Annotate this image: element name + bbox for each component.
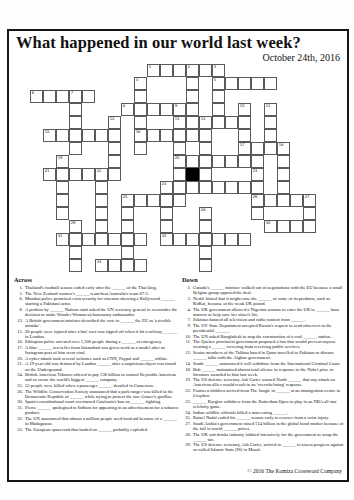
clue-number: 2. xyxy=(182,285,193,295)
grid-cell xyxy=(199,259,212,272)
clue-text: The US defence secretary Ash Carter warn… xyxy=(193,377,344,387)
grid-cell xyxy=(147,194,160,207)
clue-item: 25.Rafael Nadal ended his ______ season … xyxy=(182,415,344,420)
clue-number: 16. xyxy=(14,339,25,344)
grid-cell xyxy=(277,155,290,168)
clue-text: The US defence secretary, Ash Carter, ar… xyxy=(193,442,344,452)
grid-cell-number: 32 xyxy=(162,234,167,239)
clue-number: 12. xyxy=(182,350,193,360)
clue-number: 7. xyxy=(182,317,193,322)
clue-text: The UN announced that almost a million p… xyxy=(25,416,179,426)
grid-cell: 22 xyxy=(95,168,108,181)
grid-cell xyxy=(277,181,290,194)
clue-item: 31.Pierce ______ apologised to Indians f… xyxy=(14,405,179,415)
grid-cell xyxy=(186,233,199,246)
grid-cell xyxy=(212,103,225,116)
clue-number: 32. xyxy=(14,416,25,426)
grid-cell xyxy=(303,220,316,233)
grid-cell xyxy=(160,207,173,220)
grid-cell xyxy=(108,259,121,272)
grid-cell xyxy=(199,168,212,181)
grid-cell xyxy=(264,116,277,129)
clue-item: 6.Mumbai police promised extra security … xyxy=(14,296,179,306)
grid-cell xyxy=(264,77,277,90)
grid-cell xyxy=(186,77,199,90)
grid-cell: 17 xyxy=(238,142,251,155)
grid-cell xyxy=(186,90,199,103)
grid-cell xyxy=(95,194,108,207)
grid-cell-number: 6 xyxy=(32,91,34,96)
grid-cell: 20 xyxy=(173,155,186,168)
clue-text: The Quebec provincial government propose… xyxy=(193,339,344,349)
grid-cell: 7 xyxy=(69,90,82,103)
clue-item: 5.The New Zealand women's ______ team be… xyxy=(14,291,179,296)
grid-cell-number: 2 xyxy=(188,65,190,70)
grid-cell xyxy=(160,64,173,77)
grid-cell-number: 31 xyxy=(58,234,63,239)
grid-cell-number: 29 xyxy=(71,221,76,226)
grid-cell xyxy=(238,181,251,194)
grid-cell: 28 xyxy=(199,207,212,220)
clue-number: 25. xyxy=(14,383,25,388)
grid-cell-number: 8 xyxy=(123,104,125,109)
clue-text: Senior members of the Taliban based in Q… xyxy=(193,350,344,360)
grid-cell xyxy=(108,142,121,155)
grid-cell xyxy=(199,233,212,246)
clue-item: 10.The UN asked Bangladesh to stop the c… xyxy=(182,334,344,339)
clue-text: Rafael Nadal ended his ______ season ear… xyxy=(193,415,344,420)
clue-item: 15.26 people were injured after a bus' r… xyxy=(14,329,179,339)
grid-cell-number: 16 xyxy=(136,130,141,135)
grid-cell xyxy=(238,129,251,142)
clue-number: 5. xyxy=(14,291,25,296)
grid-cell-number: 22 xyxy=(97,169,102,174)
clue-text: 55 people were killed when a passenger _… xyxy=(25,383,179,388)
across-header: Across xyxy=(14,276,179,283)
clue-text: British American Tobacco offered to pay … xyxy=(25,372,179,382)
grid-cell xyxy=(173,142,186,155)
grid-cell xyxy=(199,246,212,259)
clue-text: Thailand's football season ended early a… xyxy=(25,285,179,290)
clue-item: 30.Spain's constitutional court overturn… xyxy=(14,399,179,404)
across-clue-list: 1.Thailand's football season ended early… xyxy=(14,285,179,432)
grid-cell: 32 xyxy=(160,233,173,246)
grid-cell xyxy=(290,220,303,233)
grid-cell: 4 xyxy=(134,77,147,90)
clue-item: 26.The Wildlife Conservation Society ann… xyxy=(14,389,179,399)
clue-item: 27.Saudi Arabia's government raised £14 … xyxy=(182,421,344,431)
grid-cell xyxy=(173,168,186,181)
grid-cell xyxy=(225,77,238,90)
clue-item: 19.The US defence secretary Ash Carter w… xyxy=(182,377,344,387)
clue-text: The UK government allowed a Nigerian wom… xyxy=(193,307,344,317)
grid-cell-number: 24 xyxy=(162,182,167,187)
grid-cell xyxy=(225,116,238,129)
grid-cell xyxy=(147,129,160,142)
grid-cell xyxy=(186,103,199,116)
clue-number: 28. xyxy=(182,432,193,442)
grid-cell xyxy=(251,155,264,168)
grid-cell xyxy=(173,129,186,142)
grid-cell xyxy=(251,181,264,194)
clue-text: Saudi Arabia's government raised £14 bil… xyxy=(193,421,344,431)
clue-item: 23.______ Kyrgios withdrew from the Rott… xyxy=(182,399,344,409)
grid-cell-number: 23 xyxy=(253,169,258,174)
grid-cell-number: 10 xyxy=(240,104,245,109)
clue-number: 13. xyxy=(14,318,25,328)
clue-text: A British government minister described … xyxy=(25,318,179,328)
clue-item: 33.The European spacecraft that landed o… xyxy=(14,427,179,432)
grid-cell: 1 xyxy=(147,64,160,77)
grid-cell xyxy=(251,142,264,155)
grid-cell: 11 xyxy=(264,103,277,116)
clue-number: 9. xyxy=(182,323,193,333)
clue-number: 31. xyxy=(14,405,25,415)
grid-cell-number: 4 xyxy=(136,78,138,83)
grid-cell xyxy=(134,142,147,155)
grid-cell xyxy=(238,155,251,168)
grid-cell-number: 33 xyxy=(97,260,102,265)
grid-cell xyxy=(95,129,108,142)
grid-cell xyxy=(95,207,108,220)
clue-item: 17.A blue-______ tea-seller from Islamab… xyxy=(14,345,179,355)
grid-cell xyxy=(212,155,225,168)
clue-number: 21. xyxy=(14,361,25,371)
grid-cell xyxy=(238,77,251,90)
clue-number: 1. xyxy=(14,285,25,290)
clue-number: 30. xyxy=(14,399,25,404)
clue-text: Fourteen children arrived from The Jungl… xyxy=(193,388,344,398)
clue-number: 22. xyxy=(182,388,193,398)
grid-cell-number: 21 xyxy=(45,169,50,174)
clue-text: The New Zealand women's ______ team beat… xyxy=(25,291,179,296)
clue-item: 28.The UK soft drinks industry lobbied i… xyxy=(182,432,344,442)
clue-text: Indian wildlife officials killed a man-e… xyxy=(193,410,344,415)
grid-cell xyxy=(303,207,316,220)
grid-cell: 23 xyxy=(251,168,264,181)
grid-cell-number: 27 xyxy=(305,195,310,200)
clue-number: 3. xyxy=(182,296,193,306)
grid-cell xyxy=(43,90,56,103)
grid-cell xyxy=(199,220,212,233)
clue-item: 14.South ______ announced it will withdr… xyxy=(182,361,344,366)
grid-cell xyxy=(56,129,69,142)
clue-number: 14. xyxy=(182,361,193,366)
grid-cell xyxy=(251,77,264,90)
grid-cell xyxy=(69,103,82,116)
grid-cell xyxy=(95,220,108,233)
grid-cell xyxy=(56,168,69,181)
clue-item: 12.Senior members of the Taliban based i… xyxy=(182,350,344,360)
grid-cell xyxy=(108,155,121,168)
clue-number: 33. xyxy=(14,427,25,432)
clue-text: Mumbai police promised extra security fo… xyxy=(25,296,179,306)
grid-cell xyxy=(186,116,199,129)
grid-cell xyxy=(264,194,277,207)
grid-cell-number: 13 xyxy=(175,117,180,122)
grid-cell-number: 9 xyxy=(175,104,177,109)
grid-cell-number: 20 xyxy=(175,156,180,161)
clue-number: 27. xyxy=(182,421,193,431)
grid-cell xyxy=(69,233,82,246)
grid-cell: 31 xyxy=(56,233,69,246)
clue-number: 24. xyxy=(182,410,193,415)
grid-cell xyxy=(173,181,186,194)
clue-text: South ______ announced it will withdraw … xyxy=(193,361,344,366)
grid-cell xyxy=(69,246,82,259)
clue-text: The Wildlife Conservation Society announ… xyxy=(25,389,179,399)
grid-cell-number: 7 xyxy=(71,91,73,96)
grid-cell xyxy=(225,233,238,246)
grid-cell xyxy=(134,103,147,116)
grid-cell-number: 12 xyxy=(110,117,115,122)
grid-cell xyxy=(108,129,121,142)
grid-cell xyxy=(147,103,160,116)
grid-cell xyxy=(186,181,199,194)
grid-cell xyxy=(212,90,225,103)
grid-cell xyxy=(134,194,147,207)
grid-cell xyxy=(199,64,212,77)
clue-item: 3.Nestlé hinted that it might raise the … xyxy=(182,296,344,306)
grid-cell: 25 xyxy=(121,194,134,207)
clue-item: 11.The Quebec provincial government prop… xyxy=(182,339,344,349)
grid-cell xyxy=(199,142,212,155)
clue-item: 7.Pakistan banned all television and rad… xyxy=(182,317,344,322)
clue-item: 18.Bob ______ maintained almost total si… xyxy=(182,367,344,377)
grid-cell xyxy=(277,168,290,181)
grid-cell xyxy=(186,155,199,168)
grid-cell xyxy=(82,129,95,142)
grid-cell-number: 15 xyxy=(45,130,50,135)
grid-cell xyxy=(134,233,147,246)
grid-cell xyxy=(160,220,173,233)
grid-cell xyxy=(69,259,82,272)
grid-cell-number: 17 xyxy=(240,143,245,148)
grid-cell xyxy=(56,181,69,194)
clue-item: 25.55 people were killed when a passenge… xyxy=(14,383,179,388)
clue-text: A 19-year-old was detained by London ___… xyxy=(25,361,179,371)
clue-item: 24.Indian wildlife officials killed a ma… xyxy=(182,410,344,415)
clue-number: 19. xyxy=(182,377,193,387)
clue-text: The European spacecraft that landed on _… xyxy=(25,427,179,432)
grid-cell xyxy=(56,90,69,103)
clue-text: A petition by ______ Nations staff asked… xyxy=(25,307,179,317)
clue-text: 26 people were injured after a bus' roof… xyxy=(25,329,179,339)
grid-cell-number: 25 xyxy=(123,195,128,200)
grid-cell xyxy=(225,181,238,194)
grid-cell-number: 30 xyxy=(266,221,271,226)
clue-text: Spain's constitutional court overturned … xyxy=(25,399,179,404)
grid-cell: 19 xyxy=(56,155,69,168)
clue-number: 23. xyxy=(182,399,193,409)
grid-cell xyxy=(160,129,173,142)
clue-item: 24.British American Tobacco offered to p… xyxy=(14,372,179,382)
grid-cell: 26 xyxy=(251,194,264,207)
grid-cell xyxy=(121,220,134,233)
clue-item: 13.A British government minister describ… xyxy=(14,318,179,328)
grid-cell: 30 xyxy=(264,220,277,233)
grid-cell xyxy=(173,233,186,246)
grid-cell xyxy=(199,155,212,168)
clue-item: 8.A petition by ______ Nations staff ask… xyxy=(14,307,179,317)
clue-item: 9.The US' State Department accepted Russ… xyxy=(182,323,344,333)
grid-cell xyxy=(108,168,121,181)
clue-text: Nestlé hinted that it might raise the __… xyxy=(193,296,344,306)
grid-cell-number: 18 xyxy=(279,143,284,148)
grid-cell: 29 xyxy=(69,220,82,233)
page-date: October 24th, 2016 xyxy=(263,52,341,63)
grid-cell xyxy=(121,233,134,246)
grid-cell xyxy=(264,129,277,142)
clue-number: 11. xyxy=(182,339,193,349)
clue-text: Ethiopian police arrested over 1,500 peo… xyxy=(25,339,179,344)
grid-cell-number: 5 xyxy=(214,78,216,83)
grid-cell-number: 28 xyxy=(201,208,206,213)
grid-cell: 12 xyxy=(108,116,121,129)
grid-cell-number: 3 xyxy=(214,65,216,70)
clue-text: The US' State Department accepted Russia… xyxy=(193,323,344,333)
grid-cell: 21 xyxy=(43,168,56,181)
clue-item: 21.A 19-year-old was detained by London … xyxy=(14,361,179,371)
grid-cell xyxy=(199,129,212,142)
grid-cell: 18 xyxy=(277,142,290,155)
grid-cell: 5 xyxy=(212,77,225,90)
grid-cell: 8 xyxy=(121,103,134,116)
grid-cell xyxy=(238,233,251,246)
grid-cell xyxy=(134,116,147,129)
grid-cell xyxy=(121,246,134,259)
grid-cell xyxy=(173,64,186,77)
clue-item: 16.Ethiopian police arrested over 1,500 … xyxy=(14,339,179,344)
grid-cell xyxy=(134,90,147,103)
grid-cell: 10 xyxy=(238,103,251,116)
grid-cell-number: 11 xyxy=(266,104,271,109)
clue-number: 6. xyxy=(14,296,25,306)
grid-cell-number: 19 xyxy=(58,156,63,161)
grid-cell-black xyxy=(186,168,199,181)
clue-number: 26. xyxy=(14,389,25,399)
grid-cell: 24 xyxy=(160,181,173,194)
clue-number: 10. xyxy=(182,334,193,339)
grid-cell xyxy=(186,129,199,142)
clue-text: Bob ______ maintained almost total silen… xyxy=(193,367,344,377)
clue-item: 2.Canada's ______ minister walked out of… xyxy=(182,285,344,295)
grid-cell-number: 14 xyxy=(201,117,206,122)
grid-cell xyxy=(108,233,121,246)
clue-text: A cyber-attack took several websites suc… xyxy=(25,356,179,361)
grid-cell xyxy=(264,142,277,155)
clue-number: 8. xyxy=(14,307,25,317)
clue-item: 20.A cyber-attack took several websites … xyxy=(14,356,179,361)
crossword-grid: 1256789131415161718202122242526273031323… xyxy=(30,64,329,272)
grid-cell: 27 xyxy=(303,194,316,207)
grid-cell xyxy=(56,194,69,207)
grid-cell xyxy=(95,233,108,246)
clue-item: 29.The US defence secretary, Ash Carter,… xyxy=(182,442,344,452)
grid-cell xyxy=(199,181,212,194)
grid-cell xyxy=(82,233,95,246)
clue-number: 25. xyxy=(182,415,193,420)
clue-number: 18. xyxy=(182,367,193,377)
grid-cell xyxy=(69,142,82,155)
down-clue-list: 2.Canada's ______ minister walked out of… xyxy=(182,285,344,453)
grid-cell: 6 xyxy=(30,90,43,103)
clue-item: 22.Fourteen children arrived from The Ju… xyxy=(182,388,344,398)
clue-text: The UN asked Bangladesh to stop the cons… xyxy=(193,334,344,339)
grid-cell xyxy=(251,207,264,220)
grid-cell xyxy=(212,116,225,129)
across-section: Across 1.Thailand's football season ende… xyxy=(14,276,179,432)
grid-cell: 3 xyxy=(212,64,225,77)
grid-cell xyxy=(56,207,69,220)
clue-item: 4.The UK government allowed a Nigerian w… xyxy=(182,307,344,317)
clue-text: ______ Kyrgios withdrew from the Rotterd… xyxy=(193,399,344,409)
grid-cell xyxy=(134,259,147,272)
clue-item: 32.The UN announced that almost a millio… xyxy=(14,416,179,426)
grid-cell: 13 xyxy=(173,116,186,129)
grid-cell xyxy=(160,194,173,207)
grid-cell xyxy=(121,207,134,220)
grid-cell: 33 xyxy=(95,259,108,272)
grid-cell: 15 xyxy=(43,129,56,142)
grid-cell xyxy=(290,194,303,207)
clue-text: A blue-______ tea-seller from Islamabad … xyxy=(25,345,179,355)
grid-cell xyxy=(82,90,95,103)
grid-cell xyxy=(173,194,186,207)
grid-cell: 14 xyxy=(199,116,212,129)
page-title: What happened in our world last week? xyxy=(16,33,301,53)
grid-cell: 16 xyxy=(134,129,147,142)
grid-cell: 2 xyxy=(186,64,199,77)
grid-cell xyxy=(121,259,134,272)
clue-text: Canada's ______ minister walked out of n… xyxy=(193,285,344,295)
clue-number: 4. xyxy=(182,307,193,317)
grid-cell xyxy=(225,155,238,168)
clue-text: Pakistan banned all television and radio… xyxy=(193,317,344,322)
grid-cell xyxy=(69,129,82,142)
grid-cell xyxy=(238,116,251,129)
copyright-notice: © 2016 The Komiza Crossword Company xyxy=(247,468,342,474)
grid-cell xyxy=(212,181,225,194)
grid-cell xyxy=(69,168,82,181)
clue-number: 24. xyxy=(14,372,25,382)
grid-cell: 9 xyxy=(173,103,186,116)
grid-cell-number: 1 xyxy=(149,65,151,70)
grid-cell xyxy=(82,168,95,181)
clue-number: 15. xyxy=(14,329,25,339)
grid-cell-number: 26 xyxy=(253,195,258,200)
clue-number: 20. xyxy=(14,356,25,361)
down-header: Down xyxy=(182,276,344,283)
grid-cell xyxy=(160,103,173,116)
grid-cell xyxy=(277,220,290,233)
clue-text: The UK soft drinks industry lobbied inte… xyxy=(193,432,344,442)
grid-cell xyxy=(95,181,108,194)
grid-cell xyxy=(277,194,290,207)
puzzle-page: What happened in our world last week? Oc… xyxy=(0,0,354,500)
grid-cell xyxy=(212,233,225,246)
clue-number: 17. xyxy=(14,345,25,355)
grid-cell xyxy=(69,116,82,129)
clue-item: 1.Thailand's football season ended early… xyxy=(14,285,179,290)
clue-number: 29. xyxy=(182,442,193,452)
clue-text: Pierce ______ apologised to Indians for … xyxy=(25,405,179,415)
down-section: Down 2.Canada's ______ minister walked o… xyxy=(182,276,344,453)
